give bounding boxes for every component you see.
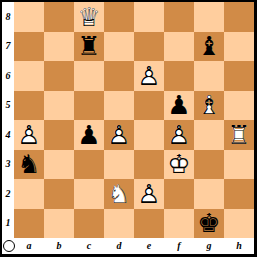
square-c1[interactable] <box>74 209 104 239</box>
square-b5[interactable] <box>44 91 74 121</box>
rank-label-4: 4 <box>2 120 14 150</box>
square-e3[interactable] <box>134 150 164 180</box>
piece-outline: ♔ <box>164 150 194 180</box>
piece-fill: ♝ <box>194 32 224 62</box>
square-f6[interactable] <box>164 61 194 91</box>
piece-outline: ♙ <box>104 120 134 150</box>
piece-black-king[interactable]: ♚ <box>194 209 224 239</box>
square-d8[interactable] <box>104 2 134 32</box>
rank-label-7: 7 <box>2 32 14 62</box>
square-d5[interactable] <box>104 91 134 121</box>
square-e1[interactable] <box>134 209 164 239</box>
corner-cell <box>2 238 14 254</box>
square-a4[interactable]: ♟♙ <box>14 120 44 150</box>
square-a1[interactable] <box>14 209 44 239</box>
square-c7[interactable]: ♜ <box>74 32 104 62</box>
piece-outline: ♘ <box>104 179 134 209</box>
square-f3[interactable]: ♚♔ <box>164 150 194 180</box>
piece-black-pawn[interactable]: ♟ <box>164 91 194 121</box>
square-b4[interactable] <box>44 120 74 150</box>
square-a6[interactable] <box>14 61 44 91</box>
piece-black-knight[interactable]: ♞ <box>14 150 44 180</box>
square-h8[interactable] <box>224 2 254 32</box>
square-e5[interactable] <box>134 91 164 121</box>
square-d3[interactable] <box>104 150 134 180</box>
square-d7[interactable] <box>104 32 134 62</box>
square-d4[interactable]: ♟♙ <box>104 120 134 150</box>
square-c2[interactable] <box>74 179 104 209</box>
square-c8[interactable]: ♛♕ <box>74 2 104 32</box>
piece-white-pawn[interactable]: ♟♙ <box>164 120 194 150</box>
square-f7[interactable] <box>164 32 194 62</box>
square-g2[interactable] <box>194 179 224 209</box>
piece-fill: ♟ <box>164 91 194 121</box>
square-h5[interactable] <box>224 91 254 121</box>
file-label-c: c <box>74 238 104 254</box>
square-b6[interactable] <box>44 61 74 91</box>
square-a8[interactable] <box>14 2 44 32</box>
piece-black-pawn[interactable]: ♟ <box>74 120 104 150</box>
piece-white-pawn[interactable]: ♟♙ <box>104 120 134 150</box>
square-f2[interactable] <box>164 179 194 209</box>
piece-outline: ♕ <box>74 2 104 32</box>
square-c6[interactable] <box>74 61 104 91</box>
piece-white-pawn[interactable]: ♟♙ <box>134 179 164 209</box>
square-f5[interactable]: ♟ <box>164 91 194 121</box>
square-g4[interactable] <box>194 120 224 150</box>
chess-diagram: 8♛♕7♜♝6♟♙5♟♝♗4♟♙♟♟♙♟♙♜♖3♞♚♔2♞♘♟♙1♚abcdef… <box>0 0 257 257</box>
square-h2[interactable] <box>224 179 254 209</box>
square-d2[interactable]: ♞♘ <box>104 179 134 209</box>
piece-outline: ♙ <box>134 179 164 209</box>
square-g8[interactable] <box>194 2 224 32</box>
rank-label-8: 8 <box>2 2 14 32</box>
square-g7[interactable]: ♝ <box>194 32 224 62</box>
rank-label-2: 2 <box>2 179 14 209</box>
square-d6[interactable] <box>104 61 134 91</box>
file-label-g: g <box>194 238 224 254</box>
file-label-e: e <box>134 238 164 254</box>
square-b7[interactable] <box>44 32 74 62</box>
rank-label-3: 3 <box>2 150 14 180</box>
square-g3[interactable] <box>194 150 224 180</box>
square-f1[interactable] <box>164 209 194 239</box>
piece-white-knight[interactable]: ♞♘ <box>104 179 134 209</box>
square-h7[interactable] <box>224 32 254 62</box>
square-c3[interactable] <box>74 150 104 180</box>
piece-outline: ♙ <box>134 61 164 91</box>
piece-white-pawn[interactable]: ♟♙ <box>134 61 164 91</box>
rank-label-5: 5 <box>2 91 14 121</box>
rank-label-6: 6 <box>2 61 14 91</box>
square-h3[interactable] <box>224 150 254 180</box>
square-g6[interactable] <box>194 61 224 91</box>
rank-label-1: 1 <box>2 209 14 239</box>
square-b8[interactable] <box>44 2 74 32</box>
file-label-d: d <box>104 238 134 254</box>
square-e8[interactable] <box>134 2 164 32</box>
square-f4[interactable]: ♟♙ <box>164 120 194 150</box>
piece-white-queen[interactable]: ♛♕ <box>74 2 104 32</box>
piece-fill: ♜ <box>74 32 104 62</box>
square-c4[interactable]: ♟ <box>74 120 104 150</box>
file-label-h: h <box>224 238 254 254</box>
file-label-f: f <box>164 238 194 254</box>
square-b2[interactable] <box>44 179 74 209</box>
piece-black-bishop[interactable]: ♝ <box>194 32 224 62</box>
square-h6[interactable] <box>224 61 254 91</box>
square-a2[interactable] <box>14 179 44 209</box>
square-e2[interactable]: ♟♙ <box>134 179 164 209</box>
piece-white-king[interactable]: ♚♔ <box>164 150 194 180</box>
square-e6[interactable]: ♟♙ <box>134 61 164 91</box>
square-c5[interactable] <box>74 91 104 121</box>
white-to-move-indicator <box>3 240 15 252</box>
square-a7[interactable] <box>14 32 44 62</box>
piece-black-rook[interactable]: ♜ <box>74 32 104 62</box>
square-g1[interactable]: ♚ <box>194 209 224 239</box>
piece-outline: ♙ <box>14 120 44 150</box>
square-f8[interactable] <box>164 2 194 32</box>
square-b3[interactable] <box>44 150 74 180</box>
square-a3[interactable]: ♞ <box>14 150 44 180</box>
square-d1[interactable] <box>104 209 134 239</box>
square-g5[interactable]: ♝♗ <box>194 91 224 121</box>
square-h4[interactable]: ♜♖ <box>224 120 254 150</box>
piece-outline: ♖ <box>224 120 254 150</box>
piece-white-pawn[interactable]: ♟♙ <box>14 120 44 150</box>
piece-fill: ♟ <box>74 120 104 150</box>
square-e7[interactable] <box>134 32 164 62</box>
file-label-b: b <box>44 238 74 254</box>
chess-board: 8♛♕7♜♝6♟♙5♟♝♗4♟♙♟♟♙♟♙♜♖3♞♚♔2♞♘♟♙1♚abcdef… <box>2 2 254 254</box>
piece-fill: ♚ <box>194 209 224 239</box>
piece-fill: ♞ <box>14 150 44 180</box>
piece-white-bishop[interactable]: ♝♗ <box>194 91 224 121</box>
square-b1[interactable] <box>44 209 74 239</box>
piece-white-rook[interactable]: ♜♖ <box>224 120 254 150</box>
square-a5[interactable] <box>14 91 44 121</box>
piece-outline: ♙ <box>164 120 194 150</box>
square-e4[interactable] <box>134 120 164 150</box>
piece-outline: ♗ <box>194 91 224 121</box>
square-h1[interactable] <box>224 209 254 239</box>
file-label-a: a <box>14 238 44 254</box>
